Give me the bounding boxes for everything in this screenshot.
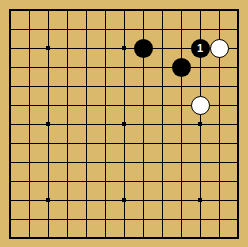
stone-black[interactable] — [134, 39, 153, 58]
stone-black[interactable] — [172, 58, 191, 77]
stone-white[interactable] — [191, 96, 210, 115]
stone-black[interactable]: 1 — [191, 39, 210, 58]
move-number-label: 1 — [197, 42, 203, 53]
go-board[interactable]: 1 — [0, 0, 247, 247]
stone-white[interactable] — [210, 39, 229, 58]
stone-grid: 1 — [1, 1, 248, 247]
